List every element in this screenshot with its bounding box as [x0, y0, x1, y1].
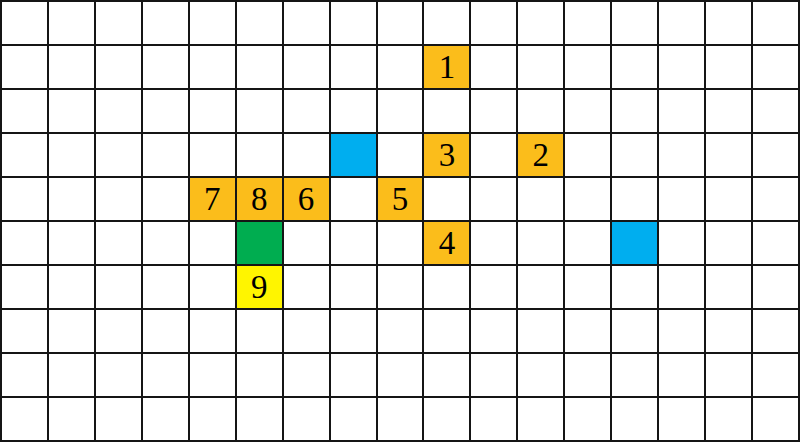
- numbered-cell-7-r4c4[interactable]: 7: [190, 178, 235, 220]
- grid-cell-r2c6[interactable]: [284, 90, 329, 132]
- grid-cell-r0c15[interactable]: [706, 2, 751, 44]
- grid-cell-r2c7[interactable]: [331, 90, 376, 132]
- grid-cell-r5c0[interactable]: [2, 222, 47, 264]
- grid-cell-r9c14[interactable]: [659, 398, 704, 440]
- grid-cell-r1c6[interactable]: [284, 46, 329, 88]
- grid-cell-r4c3[interactable]: [143, 178, 188, 220]
- grid-cell-r9c13[interactable]: [612, 398, 657, 440]
- grid-cell-r7c4[interactable]: [190, 310, 235, 352]
- grid-cell-r1c16[interactable]: [753, 46, 798, 88]
- grid-cell-r7c10[interactable]: [471, 310, 516, 352]
- grid-cell-r5c12[interactable]: [565, 222, 610, 264]
- grid-cell-r8c16[interactable]: [753, 354, 798, 396]
- grid-cell-r2c1[interactable]: [49, 90, 94, 132]
- grid-cell-r1c13[interactable]: [612, 46, 657, 88]
- numbered-cell-2-r3c11[interactable]: 2: [518, 134, 563, 176]
- grid-cell-r6c16[interactable]: [753, 266, 798, 308]
- grid-cell-r6c4[interactable]: [190, 266, 235, 308]
- grid-cell-r1c1[interactable]: [49, 46, 94, 88]
- grid-cell-r0c16[interactable]: [753, 2, 798, 44]
- grid-cell-r5c4[interactable]: [190, 222, 235, 264]
- grid-cell-r0c8[interactable]: [378, 2, 423, 44]
- grid-cell-r3c4[interactable]: [190, 134, 235, 176]
- grid-cell-r1c7[interactable]: [331, 46, 376, 88]
- grid-cell-r6c6[interactable]: [284, 266, 329, 308]
- grid-cell-r4c14[interactable]: [659, 178, 704, 220]
- grid-cell-r2c0[interactable]: [2, 90, 47, 132]
- grid-cell-r6c11[interactable]: [518, 266, 563, 308]
- grid-cell-r8c1[interactable]: [49, 354, 94, 396]
- grid-cell-r8c2[interactable]: [96, 354, 141, 396]
- grid-cell-r7c7[interactable]: [331, 310, 376, 352]
- grid-cell-r6c0[interactable]: [2, 266, 47, 308]
- grid-cell-r1c10[interactable]: [471, 46, 516, 88]
- grid-cell-r8c7[interactable]: [331, 354, 376, 396]
- grid-cell-r0c12[interactable]: [565, 2, 610, 44]
- grid-cell-r2c10[interactable]: [471, 90, 516, 132]
- grid-cell-r7c3[interactable]: [143, 310, 188, 352]
- grid-cell-r9c6[interactable]: [284, 398, 329, 440]
- grid-cell-r0c0[interactable]: [2, 2, 47, 44]
- grid-cell-r9c0[interactable]: [2, 398, 47, 440]
- grid-cell-r3c2[interactable]: [96, 134, 141, 176]
- grid-cell-r9c1[interactable]: [49, 398, 94, 440]
- grid-cell-r8c5[interactable]: [237, 354, 282, 396]
- grid-cell-r2c4[interactable]: [190, 90, 235, 132]
- grid-cell-r9c8[interactable]: [378, 398, 423, 440]
- grid-cell-r1c15[interactable]: [706, 46, 751, 88]
- grid-cell-r3c8[interactable]: [378, 134, 423, 176]
- grid-cell-r0c11[interactable]: [518, 2, 563, 44]
- grid-cell-r3c16[interactable]: [753, 134, 798, 176]
- grid-cell-r2c11[interactable]: [518, 90, 563, 132]
- grid-cell-r7c16[interactable]: [753, 310, 798, 352]
- grid-cell-r2c2[interactable]: [96, 90, 141, 132]
- grid-cell-r3c14[interactable]: [659, 134, 704, 176]
- grid-cell-r6c9[interactable]: [424, 266, 469, 308]
- grid-cell-r0c7[interactable]: [331, 2, 376, 44]
- grid-cell-r5c14[interactable]: [659, 222, 704, 264]
- grid-cell-r1c0[interactable]: [2, 46, 47, 88]
- grid-cell-r9c10[interactable]: [471, 398, 516, 440]
- grid-cell-r8c15[interactable]: [706, 354, 751, 396]
- grid-cell-r3c13[interactable]: [612, 134, 657, 176]
- grid-cell-r6c3[interactable]: [143, 266, 188, 308]
- grid-cell-r9c3[interactable]: [143, 398, 188, 440]
- grid-cell-r3c3[interactable]: [143, 134, 188, 176]
- grid-cell-r7c9[interactable]: [424, 310, 469, 352]
- grid-cell-r0c6[interactable]: [284, 2, 329, 44]
- grid-cell-r1c14[interactable]: [659, 46, 704, 88]
- grid-cell-r9c4[interactable]: [190, 398, 235, 440]
- grid-cell-r9c2[interactable]: [96, 398, 141, 440]
- grid-cell-r6c12[interactable]: [565, 266, 610, 308]
- grid-cell-r6c10[interactable]: [471, 266, 516, 308]
- grid-cell-r3c0[interactable]: [2, 134, 47, 176]
- grid-cell-r0c10[interactable]: [471, 2, 516, 44]
- grid-cell-r5c16[interactable]: [753, 222, 798, 264]
- grid-cell-r5c1[interactable]: [49, 222, 94, 264]
- grid-cell-r2c5[interactable]: [237, 90, 282, 132]
- grid-cell-r0c14[interactable]: [659, 2, 704, 44]
- grid-cell-r6c14[interactable]: [659, 266, 704, 308]
- grid-cell-r8c0[interactable]: [2, 354, 47, 396]
- grid-cell-r7c15[interactable]: [706, 310, 751, 352]
- grid-cell-r4c9[interactable]: [424, 178, 469, 220]
- grid-cell-r1c8[interactable]: [378, 46, 423, 88]
- grid-cell-r3c6[interactable]: [284, 134, 329, 176]
- grid-cell-r7c5[interactable]: [237, 310, 282, 352]
- puzzle-board: 132786549: [0, 0, 800, 442]
- grid-cell-r9c7[interactable]: [331, 398, 376, 440]
- grid-cell-r9c11[interactable]: [518, 398, 563, 440]
- grid-cell-r9c12[interactable]: [565, 398, 610, 440]
- blue-cell-r3c7[interactable]: [331, 134, 376, 176]
- grid-cell-r7c11[interactable]: [518, 310, 563, 352]
- grid-cell-r6c1[interactable]: [49, 266, 94, 308]
- grid-cell-r3c1[interactable]: [49, 134, 94, 176]
- grid-cell-r0c3[interactable]: [143, 2, 188, 44]
- grid-cell-r8c11[interactable]: [518, 354, 563, 396]
- grid-cell-r0c5[interactable]: [237, 2, 282, 44]
- grid-cell-r1c5[interactable]: [237, 46, 282, 88]
- grid-cell-r6c13[interactable]: [612, 266, 657, 308]
- grid-cell-r5c2[interactable]: [96, 222, 141, 264]
- grid-cell-r0c9[interactable]: [424, 2, 469, 44]
- grid-cell-r5c6[interactable]: [284, 222, 329, 264]
- grid-cell-r4c11[interactable]: [518, 178, 563, 220]
- grid-cell-r9c16[interactable]: [753, 398, 798, 440]
- grid-cell-r8c4[interactable]: [190, 354, 235, 396]
- grid-cell-r7c1[interactable]: [49, 310, 94, 352]
- grid-cell-r7c12[interactable]: [565, 310, 610, 352]
- grid-cell-r7c14[interactable]: [659, 310, 704, 352]
- green-cell-r5c5[interactable]: [237, 222, 282, 264]
- grid-cell-r4c10[interactable]: [471, 178, 516, 220]
- grid-cell-r0c13[interactable]: [612, 2, 657, 44]
- grid-cell-r1c3[interactable]: [143, 46, 188, 88]
- grid-cell-r8c13[interactable]: [612, 354, 657, 396]
- puzzle-diagram: 132786549: [0, 0, 800, 442]
- grid-cell-r2c12[interactable]: [565, 90, 610, 132]
- grid-cell-r8c10[interactable]: [471, 354, 516, 396]
- grid-cell-r4c15[interactable]: [706, 178, 751, 220]
- numbered-cell-1-r1c9[interactable]: 1: [424, 46, 469, 88]
- grid-cell-r3c15[interactable]: [706, 134, 751, 176]
- grid-cell-r4c1[interactable]: [49, 178, 94, 220]
- grid-cell-r2c3[interactable]: [143, 90, 188, 132]
- grid-cell-r3c10[interactable]: [471, 134, 516, 176]
- grid-cell-r0c4[interactable]: [190, 2, 235, 44]
- grid-cell-r2c13[interactable]: [612, 90, 657, 132]
- grid-cell-r7c13[interactable]: [612, 310, 657, 352]
- numbered-cell-6-r4c6[interactable]: 6: [284, 178, 329, 220]
- grid-cell-r0c1[interactable]: [49, 2, 94, 44]
- numbered-cell-5-r4c8[interactable]: 5: [378, 178, 423, 220]
- grid-cell-r6c8[interactable]: [378, 266, 423, 308]
- grid-cell-r2c14[interactable]: [659, 90, 704, 132]
- grid-cell-r8c6[interactable]: [284, 354, 329, 396]
- grid-cell-r6c15[interactable]: [706, 266, 751, 308]
- grid-cell-r5c7[interactable]: [331, 222, 376, 264]
- grid-cell-r7c6[interactable]: [284, 310, 329, 352]
- grid-cell-r8c14[interactable]: [659, 354, 704, 396]
- grid-cell-r8c12[interactable]: [565, 354, 610, 396]
- grid-cell-r9c15[interactable]: [706, 398, 751, 440]
- grid-cell-r9c9[interactable]: [424, 398, 469, 440]
- grid-cell-r7c8[interactable]: [378, 310, 423, 352]
- grid-cell-r3c5[interactable]: [237, 134, 282, 176]
- blue-cell-r5c13[interactable]: [612, 222, 657, 264]
- grid-cell-r4c2[interactable]: [96, 178, 141, 220]
- numbered-cell-3-r3c9[interactable]: 3: [424, 134, 469, 176]
- grid-cell-r8c3[interactable]: [143, 354, 188, 396]
- grid-cell-r5c8[interactable]: [378, 222, 423, 264]
- grid-cell-r2c8[interactable]: [378, 90, 423, 132]
- grid-cell-r1c4[interactable]: [190, 46, 235, 88]
- grid-cell-r4c12[interactable]: [565, 178, 610, 220]
- grid-cell-r6c2[interactable]: [96, 266, 141, 308]
- grid-cell-r5c11[interactable]: [518, 222, 563, 264]
- grid-cell-r1c12[interactable]: [565, 46, 610, 88]
- grid-cell-r5c3[interactable]: [143, 222, 188, 264]
- grid-cell-r3c12[interactable]: [565, 134, 610, 176]
- grid-cell-r2c16[interactable]: [753, 90, 798, 132]
- grid-cell-r5c10[interactable]: [471, 222, 516, 264]
- grid-cell-r4c7[interactable]: [331, 178, 376, 220]
- grid-cell-r4c13[interactable]: [612, 178, 657, 220]
- grid-cell-r4c0[interactable]: [2, 178, 47, 220]
- numbered-cell-8-r4c5[interactable]: 8: [237, 178, 282, 220]
- grid-cell-r9c5[interactable]: [237, 398, 282, 440]
- numbered-cell-4-r5c9[interactable]: 4: [424, 222, 469, 264]
- grid-cell-r6c7[interactable]: [331, 266, 376, 308]
- numbered-cell-9-r6c5[interactable]: 9: [237, 266, 282, 308]
- grid-cell-r1c2[interactable]: [96, 46, 141, 88]
- grid-cell-r7c2[interactable]: [96, 310, 141, 352]
- grid-cell-r7c0[interactable]: [2, 310, 47, 352]
- grid-cell-r2c9[interactable]: [424, 90, 469, 132]
- grid-cell-r8c9[interactable]: [424, 354, 469, 396]
- grid-cell-r4c16[interactable]: [753, 178, 798, 220]
- grid-cell-r0c2[interactable]: [96, 2, 141, 44]
- grid-cell-r2c15[interactable]: [706, 90, 751, 132]
- grid-cell-r1c11[interactable]: [518, 46, 563, 88]
- grid-cell-r5c15[interactable]: [706, 222, 751, 264]
- grid-cell-r8c8[interactable]: [378, 354, 423, 396]
